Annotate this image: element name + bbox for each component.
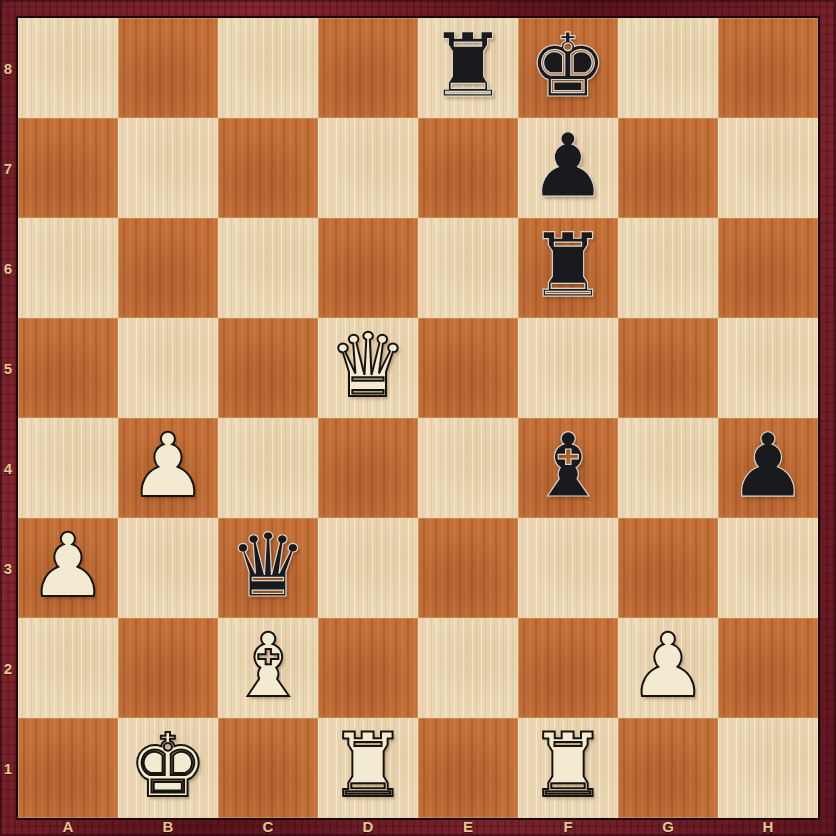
square-g5[interactable]	[618, 318, 718, 418]
square-d8[interactable]	[318, 18, 418, 118]
square-h2[interactable]	[718, 618, 818, 718]
square-e3[interactable]	[418, 518, 518, 618]
rank-label-7: 7	[0, 160, 16, 177]
piece-white-rook[interactable]: ♜	[329, 722, 408, 810]
square-g7[interactable]	[618, 118, 718, 218]
piece-white-rook[interactable]: ♜	[529, 722, 608, 810]
piece-white-bishop[interactable]: ♝	[229, 622, 308, 710]
square-h6[interactable]	[718, 218, 818, 318]
square-f7[interactable]: ♟	[518, 118, 618, 218]
square-c7[interactable]	[218, 118, 318, 218]
piece-black-rook[interactable]: ♜	[529, 222, 608, 310]
square-d5[interactable]: ♛	[318, 318, 418, 418]
piece-black-queen[interactable]: ♛	[229, 522, 308, 610]
square-c1[interactable]	[218, 718, 318, 818]
square-f8[interactable]: ♚	[518, 18, 618, 118]
square-a4[interactable]	[18, 418, 118, 518]
rank-label-6: 6	[0, 260, 16, 277]
square-c3[interactable]: ♛	[218, 518, 318, 618]
square-e2[interactable]	[418, 618, 518, 718]
square-b1[interactable]: ♚	[118, 718, 218, 818]
square-a7[interactable]	[18, 118, 118, 218]
square-d4[interactable]	[318, 418, 418, 518]
square-b2[interactable]	[118, 618, 218, 718]
piece-black-pawn[interactable]: ♟	[529, 122, 608, 210]
rank-label-5: 5	[0, 360, 16, 377]
square-b7[interactable]	[118, 118, 218, 218]
piece-white-pawn[interactable]: ♟	[29, 522, 108, 610]
square-b6[interactable]	[118, 218, 218, 318]
square-b5[interactable]	[118, 318, 218, 418]
square-f4[interactable]: ♝	[518, 418, 618, 518]
square-d7[interactable]	[318, 118, 418, 218]
square-f6[interactable]: ♜	[518, 218, 618, 318]
square-b3[interactable]	[118, 518, 218, 618]
rank-label-3: 3	[0, 560, 16, 577]
square-d1[interactable]: ♜	[318, 718, 418, 818]
square-e6[interactable]	[418, 218, 518, 318]
square-b8[interactable]	[118, 18, 218, 118]
file-label-E: E	[418, 818, 518, 836]
file-label-A: A	[18, 818, 118, 836]
square-h4[interactable]: ♟	[718, 418, 818, 518]
square-e4[interactable]	[418, 418, 518, 518]
square-c2[interactable]: ♝	[218, 618, 318, 718]
square-c5[interactable]	[218, 318, 318, 418]
square-h7[interactable]	[718, 118, 818, 218]
piece-black-pawn[interactable]: ♟	[729, 422, 808, 510]
square-d6[interactable]	[318, 218, 418, 318]
square-d3[interactable]	[318, 518, 418, 618]
board-frame: ♜♚♟♜♛♟♝♟♟♛♝♟♚♜♜ 87654321ABCDEFGH	[0, 0, 836, 836]
square-e7[interactable]	[418, 118, 518, 218]
square-h5[interactable]	[718, 318, 818, 418]
file-label-C: C	[218, 818, 318, 836]
piece-black-rook[interactable]: ♜	[429, 22, 508, 110]
square-g6[interactable]	[618, 218, 718, 318]
square-b4[interactable]: ♟	[118, 418, 218, 518]
square-g4[interactable]	[618, 418, 718, 518]
piece-white-pawn[interactable]: ♟	[129, 422, 208, 510]
square-g8[interactable]	[618, 18, 718, 118]
square-g2[interactable]: ♟	[618, 618, 718, 718]
square-f1[interactable]: ♜	[518, 718, 618, 818]
square-h8[interactable]	[718, 18, 818, 118]
file-label-B: B	[118, 818, 218, 836]
square-a2[interactable]	[18, 618, 118, 718]
square-a8[interactable]	[18, 18, 118, 118]
square-f2[interactable]	[518, 618, 618, 718]
file-label-G: G	[618, 818, 718, 836]
square-a5[interactable]	[18, 318, 118, 418]
square-e1[interactable]	[418, 718, 518, 818]
square-a1[interactable]	[18, 718, 118, 818]
square-e8[interactable]: ♜	[418, 18, 518, 118]
file-label-H: H	[718, 818, 818, 836]
square-f3[interactable]	[518, 518, 618, 618]
square-c6[interactable]	[218, 218, 318, 318]
square-g3[interactable]	[618, 518, 718, 618]
square-a6[interactable]	[18, 218, 118, 318]
square-a3[interactable]: ♟	[18, 518, 118, 618]
rank-label-8: 8	[0, 60, 16, 77]
square-d2[interactable]	[318, 618, 418, 718]
rank-label-1: 1	[0, 760, 16, 777]
square-g1[interactable]	[618, 718, 718, 818]
square-h3[interactable]	[718, 518, 818, 618]
piece-black-king[interactable]: ♚	[529, 22, 608, 110]
piece-white-king[interactable]: ♚	[129, 722, 208, 810]
chess-board: ♜♚♟♜♛♟♝♟♟♛♝♟♚♜♜	[16, 16, 820, 820]
square-c8[interactable]	[218, 18, 318, 118]
square-f5[interactable]	[518, 318, 618, 418]
piece-white-queen[interactable]: ♛	[329, 322, 408, 410]
rank-label-4: 4	[0, 460, 16, 477]
piece-black-bishop[interactable]: ♝	[529, 422, 608, 510]
square-e5[interactable]	[418, 318, 518, 418]
file-label-F: F	[518, 818, 618, 836]
rank-label-2: 2	[0, 660, 16, 677]
square-c4[interactable]	[218, 418, 318, 518]
square-h1[interactable]	[718, 718, 818, 818]
file-label-D: D	[318, 818, 418, 836]
piece-white-pawn[interactable]: ♟	[629, 622, 708, 710]
